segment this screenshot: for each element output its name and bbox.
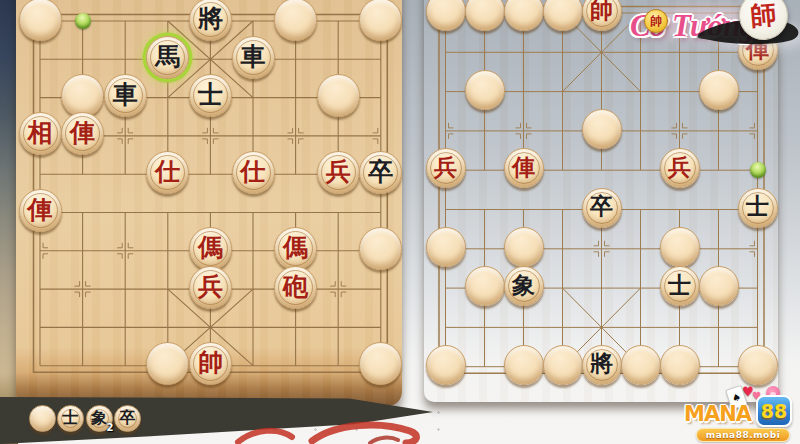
piece-車[interactable]: 車	[104, 74, 147, 117]
mana88-watermark: ♥ ♥ ♠ MANA 88 mana88.mobi	[684, 386, 798, 444]
hidden-piece[interactable]	[504, 345, 544, 385]
piece-兵[interactable]: 兵	[317, 151, 360, 194]
piece-士[interactable]: 士	[738, 188, 778, 228]
hidden-piece	[29, 405, 56, 432]
piece-char: 士	[668, 274, 691, 297]
piece-象[interactable]: 象	[504, 266, 544, 306]
co-tuong-logo: Cờ Tướng 帥 師	[628, 0, 800, 60]
hidden-piece[interactable]	[465, 266, 505, 306]
piece-char: 兵	[668, 156, 691, 179]
logo-small-coin: 帥	[644, 9, 668, 33]
hidden-piece[interactable]	[660, 345, 700, 385]
hidden-piece[interactable]	[317, 74, 360, 117]
hidden-piece[interactable]	[699, 266, 739, 306]
piece-將[interactable]: 將	[582, 345, 622, 385]
hidden-piece[interactable]	[543, 345, 583, 385]
mana-domain: mana88.mobi	[706, 430, 780, 440]
hidden-piece[interactable]	[426, 345, 466, 385]
piece-char: 俥	[70, 120, 95, 145]
piece-char: 相	[28, 120, 53, 145]
piece-車[interactable]: 車	[232, 36, 275, 79]
piece-char: 馬	[155, 44, 180, 69]
piece-char: 卒	[590, 195, 613, 218]
piece-仕[interactable]: 仕	[146, 151, 189, 194]
mana-88-number: 88	[761, 400, 787, 422]
hidden-piece[interactable]	[660, 227, 700, 267]
hidden-piece[interactable]	[582, 109, 622, 149]
mana-text: MANA	[684, 402, 751, 426]
piece-char: 將	[590, 352, 613, 375]
mana-domain-banner: mana88.mobi	[696, 428, 790, 442]
big-coin-char: 師	[749, 0, 778, 34]
piece-char: 將	[198, 6, 223, 31]
piece-char: 卒	[120, 410, 136, 426]
screenshot-stage: 將馬車車士相俥仕仕兵卒俥傌傌兵砲帥 帥俥兵俥兵卒士象士將 士象2卒 Cờ Tướ…	[0, 0, 800, 444]
piece-仕[interactable]: 仕	[232, 151, 275, 194]
piece-char: 卒	[368, 159, 393, 184]
hidden-piece[interactable]	[274, 0, 317, 41]
piece-char: 帥	[198, 350, 223, 375]
piece-士[interactable]: 士	[660, 266, 700, 306]
piece-卒[interactable]: 卒	[359, 151, 402, 194]
hidden-piece[interactable]	[465, 70, 505, 110]
piece-兵[interactable]: 兵	[426, 148, 466, 188]
piece-傌[interactable]: 傌	[189, 227, 232, 270]
capture-count-badge: 2	[107, 422, 114, 433]
piece-char: 士	[63, 410, 79, 426]
piece-char: 象	[512, 274, 535, 297]
mana-88-badge: 88	[756, 395, 792, 427]
piece-卒: 卒	[114, 405, 141, 432]
piece-兵[interactable]: 兵	[660, 148, 700, 188]
piece-char: 砲	[283, 274, 308, 299]
hidden-piece[interactable]	[359, 0, 402, 41]
hidden-piece[interactable]	[504, 227, 544, 267]
piece-帥[interactable]: 帥	[189, 342, 232, 385]
piece-相[interactable]: 相	[19, 112, 62, 155]
piece-char: 俥	[512, 156, 535, 179]
piece-char: 車	[113, 82, 138, 107]
piece-char: 士	[198, 82, 223, 107]
hidden-piece[interactable]	[738, 345, 778, 385]
hidden-piece[interactable]	[621, 345, 661, 385]
piece-char: 車	[241, 44, 266, 69]
piece-馬[interactable]: 馬	[146, 36, 189, 79]
piece-char: 俥	[28, 197, 53, 222]
piece-char: 士	[746, 195, 769, 218]
piece-象: 象2	[86, 405, 113, 432]
piece-俥[interactable]: 俥	[504, 148, 544, 188]
piece-士[interactable]: 士	[189, 74, 232, 117]
piece-俥[interactable]: 俥	[19, 189, 62, 232]
piece-砲[interactable]: 砲	[274, 266, 317, 309]
last-move-dot	[75, 13, 91, 29]
hidden-piece[interactable]	[61, 74, 104, 117]
piece-卒[interactable]: 卒	[582, 188, 622, 228]
piece-char: 傌	[283, 235, 308, 260]
piece-char: 兵	[198, 274, 223, 299]
hidden-piece[interactable]	[426, 227, 466, 267]
hidden-piece[interactable]	[19, 0, 62, 41]
piece-char: 兵	[434, 156, 457, 179]
piece-char: 象	[91, 410, 107, 426]
hidden-piece[interactable]	[699, 70, 739, 110]
piece-char: 傌	[198, 235, 223, 260]
last-move-dot	[750, 162, 766, 178]
small-coin-char: 帥	[650, 13, 662, 30]
piece-士: 士	[57, 405, 84, 432]
piece-char: 兵	[326, 159, 351, 184]
piece-char: 帥	[590, 0, 613, 22]
piece-兵[interactable]: 兵	[189, 266, 232, 309]
piece-char: 仕	[241, 159, 266, 184]
piece-將[interactable]: 將	[189, 0, 232, 41]
piece-char: 仕	[155, 159, 180, 184]
